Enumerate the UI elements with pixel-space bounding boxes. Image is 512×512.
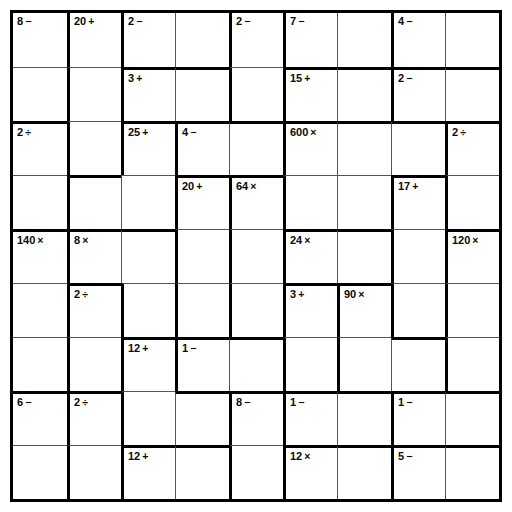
cell-r8c4[interactable] xyxy=(175,391,229,445)
cell-r1c7[interactable] xyxy=(337,13,391,67)
cage-clue-3-r2c3: 3+ xyxy=(128,72,142,84)
cage-clue-1-r8c8: 1− xyxy=(398,396,412,408)
cell-r6c4[interactable] xyxy=(175,283,229,337)
cell-r8c1[interactable]: 6− xyxy=(13,391,67,445)
cell-r8c8[interactable]: 1− xyxy=(391,391,445,445)
cell-r7c7[interactable] xyxy=(337,337,391,391)
cell-r5c8[interactable] xyxy=(391,229,445,283)
cell-r1c9[interactable] xyxy=(445,13,499,67)
cage-clue-2-r3c1: 2÷ xyxy=(17,126,31,138)
cage-clue-2-r1c5: 2− xyxy=(236,15,250,27)
cell-r5c2[interactable]: 8× xyxy=(67,229,121,283)
cell-r9c8[interactable]: 5− xyxy=(391,445,445,499)
cage-clue-64-r4c5: 64× xyxy=(236,180,256,192)
cage-clue-1-r7c4: 1− xyxy=(182,342,196,354)
kenken-grid: 8−20+2−2−7−4−3+15+2−2÷25+4−600×2÷20+64×1… xyxy=(10,10,502,502)
cell-r2c9[interactable] xyxy=(445,67,499,121)
cell-r7c1[interactable] xyxy=(13,337,67,391)
cell-r1c6[interactable]: 7− xyxy=(283,13,337,67)
cell-r3c5[interactable] xyxy=(229,121,283,175)
cell-r2c2[interactable] xyxy=(67,67,121,121)
cage-clue-12-r9c6: 12× xyxy=(290,450,310,462)
cell-r4c1[interactable] xyxy=(13,175,67,229)
cell-r6c7[interactable]: 90× xyxy=(337,283,391,337)
cell-r7c6[interactable] xyxy=(283,337,337,391)
cell-r5c7[interactable] xyxy=(337,229,391,283)
cell-r8c5[interactable]: 8− xyxy=(229,391,283,445)
cell-r9c1[interactable] xyxy=(13,445,67,499)
cell-r2c6[interactable]: 15+ xyxy=(283,67,337,121)
cell-r3c2[interactable] xyxy=(67,121,121,175)
cell-r2c7[interactable] xyxy=(337,67,391,121)
cage-clue-8-r8c5: 8− xyxy=(236,396,250,408)
cell-r1c4[interactable] xyxy=(175,13,229,67)
cell-r1c3[interactable]: 2− xyxy=(121,13,175,67)
cage-clue-25-r3c3: 25+ xyxy=(128,126,148,138)
kenken-board-container: 8−20+2−2−7−4−3+15+2−2÷25+4−600×2÷20+64×1… xyxy=(10,10,502,502)
cell-r9c3[interactable]: 12+ xyxy=(121,445,175,499)
cell-r6c2[interactable]: 2÷ xyxy=(67,283,121,337)
cell-r1c5[interactable]: 2− xyxy=(229,13,283,67)
cell-r7c2[interactable] xyxy=(67,337,121,391)
cell-r1c8[interactable]: 4− xyxy=(391,13,445,67)
cage-clue-8-r1c1: 8− xyxy=(17,15,31,27)
cell-r6c3[interactable] xyxy=(121,283,175,337)
cage-clue-5-r9c8: 5− xyxy=(398,450,412,462)
cell-r5c1[interactable]: 140× xyxy=(13,229,67,283)
cage-clue-2-r1c3: 2− xyxy=(128,15,142,27)
cell-r5c4[interactable] xyxy=(175,229,229,283)
cell-r9c2[interactable] xyxy=(67,445,121,499)
cage-clue-140-r5c1: 140× xyxy=(17,234,44,246)
cell-r4c3[interactable] xyxy=(121,175,175,229)
cell-r2c8[interactable]: 2− xyxy=(391,67,445,121)
cage-clue-2-r8c2: 2÷ xyxy=(74,396,88,408)
cell-r2c1[interactable] xyxy=(13,67,67,121)
cell-r3c4[interactable]: 4− xyxy=(175,121,229,175)
cell-r4c4[interactable]: 20+ xyxy=(175,175,229,229)
cell-r9c5[interactable] xyxy=(229,445,283,499)
cell-r9c9[interactable] xyxy=(445,445,499,499)
cage-clue-4-r3c4: 4− xyxy=(182,126,196,138)
cell-r2c4[interactable] xyxy=(175,67,229,121)
cell-r3c1[interactable]: 2÷ xyxy=(13,121,67,175)
cell-r1c1[interactable]: 8− xyxy=(13,13,67,67)
cage-clue-20-r1c2: 20+ xyxy=(74,15,94,27)
cage-clue-2-r2c8: 2− xyxy=(398,72,412,84)
cell-r6c8[interactable] xyxy=(391,283,445,337)
cell-r3c6[interactable]: 600× xyxy=(283,121,337,175)
cell-r5c6[interactable]: 24× xyxy=(283,229,337,283)
cage-clue-15-r2c6: 15+ xyxy=(290,72,310,84)
cell-r6c1[interactable] xyxy=(13,283,67,337)
cell-r3c9[interactable]: 2÷ xyxy=(445,121,499,175)
cage-clue-600-r3c6: 600× xyxy=(290,126,317,138)
cell-r8c6[interactable]: 1− xyxy=(283,391,337,445)
cage-clue-2-r6c2: 2÷ xyxy=(74,288,88,300)
cell-r3c8[interactable] xyxy=(391,121,445,175)
cell-r5c5[interactable] xyxy=(229,229,283,283)
cell-r5c3[interactable] xyxy=(121,229,175,283)
cell-r4c8[interactable]: 17+ xyxy=(391,175,445,229)
cell-r8c3[interactable] xyxy=(121,391,175,445)
cell-r7c9[interactable] xyxy=(445,337,499,391)
cell-r1c2[interactable]: 20+ xyxy=(67,13,121,67)
cell-r4c9[interactable] xyxy=(445,175,499,229)
cell-r4c7[interactable] xyxy=(337,175,391,229)
cage-clue-6-r8c1: 6− xyxy=(17,396,31,408)
cage-clue-12-r9c3: 12+ xyxy=(128,450,148,462)
cell-r7c8[interactable] xyxy=(391,337,445,391)
cell-r3c3[interactable]: 25+ xyxy=(121,121,175,175)
cell-r7c3[interactable]: 12+ xyxy=(121,337,175,391)
cell-r9c4[interactable] xyxy=(175,445,229,499)
cell-r8c7[interactable] xyxy=(337,391,391,445)
cell-r5c9[interactable]: 120× xyxy=(445,229,499,283)
cell-r4c6[interactable] xyxy=(283,175,337,229)
cage-clue-90-r6c7: 90× xyxy=(344,288,364,300)
cell-r4c2[interactable] xyxy=(67,175,121,229)
cage-clue-20-r4c4: 20+ xyxy=(182,180,202,192)
cell-r9c6[interactable]: 12× xyxy=(283,445,337,499)
cage-clue-24-r5c6: 24× xyxy=(290,234,310,246)
cell-r8c9[interactable] xyxy=(445,391,499,445)
cell-r7c4[interactable]: 1− xyxy=(175,337,229,391)
cell-r2c3[interactable]: 3+ xyxy=(121,67,175,121)
cell-r8c2[interactable]: 2÷ xyxy=(67,391,121,445)
cell-r9c7[interactable] xyxy=(337,445,391,499)
cell-r6c6[interactable]: 3+ xyxy=(283,283,337,337)
cage-clue-2-r3c9: 2÷ xyxy=(452,126,466,138)
cage-clue-7-r1c6: 7− xyxy=(290,15,304,27)
cell-r6c9[interactable] xyxy=(445,283,499,337)
cell-r2c5[interactable] xyxy=(229,67,283,121)
cell-r6c5[interactable] xyxy=(229,283,283,337)
cage-clue-17-r4c8: 17+ xyxy=(398,180,418,192)
cage-clue-4-r1c8: 4− xyxy=(398,15,412,27)
cell-r3c7[interactable] xyxy=(337,121,391,175)
cage-clue-8-r5c2: 8× xyxy=(74,234,88,246)
cage-clue-12-r7c3: 12+ xyxy=(128,342,148,354)
cage-clue-120-r5c9: 120× xyxy=(452,234,479,246)
cell-r4c5[interactable]: 64× xyxy=(229,175,283,229)
cage-clue-1-r8c6: 1− xyxy=(290,396,304,408)
cage-clue-3-r6c6: 3+ xyxy=(290,288,304,300)
cell-r7c5[interactable] xyxy=(229,337,283,391)
